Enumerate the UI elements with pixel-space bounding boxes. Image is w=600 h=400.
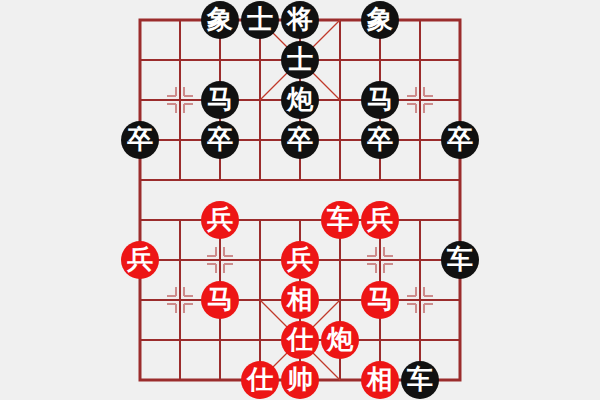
piece-black-soldier[interactable]: 卒 <box>361 121 399 159</box>
piece-red-cannon[interactable]: 炮 <box>321 321 359 359</box>
piece-black-horse[interactable]: 马 <box>361 81 399 119</box>
piece-black-advisor[interactable]: 士 <box>281 41 319 79</box>
piece-red-elephant[interactable]: 相 <box>281 281 319 319</box>
piece-black-soldier[interactable]: 卒 <box>121 121 159 159</box>
piece-black-soldier[interactable]: 卒 <box>281 121 319 159</box>
piece-red-soldier[interactable]: 兵 <box>121 241 159 279</box>
piece-black-elephant[interactable]: 象 <box>201 1 239 39</box>
piece-red-elephant[interactable]: 相 <box>361 361 399 399</box>
piece-red-general[interactable]: 帅 <box>281 361 319 399</box>
xiangqi-board: 象士将象士马炮马卒卒卒卒卒车车兵车兵兵兵马相马仕炮仕帅相 <box>0 0 600 400</box>
piece-red-horse[interactable]: 马 <box>201 281 239 319</box>
piece-black-chariot[interactable]: 车 <box>441 241 479 279</box>
piece-red-advisor[interactable]: 仕 <box>241 361 279 399</box>
piece-black-soldier[interactable]: 卒 <box>201 121 239 159</box>
piece-black-advisor[interactable]: 士 <box>241 1 279 39</box>
piece-black-cannon[interactable]: 炮 <box>281 81 319 119</box>
piece-black-elephant[interactable]: 象 <box>361 1 399 39</box>
piece-red-chariot[interactable]: 车 <box>321 201 359 239</box>
piece-red-soldier[interactable]: 兵 <box>201 201 239 239</box>
piece-black-chariot[interactable]: 车 <box>401 361 439 399</box>
pieces-layer[interactable]: 象士将象士马炮马卒卒卒卒卒车车兵车兵兵兵马相马仕炮仕帅相 <box>120 0 480 400</box>
piece-red-horse[interactable]: 马 <box>361 281 399 319</box>
piece-red-advisor[interactable]: 仕 <box>281 321 319 359</box>
piece-black-horse[interactable]: 马 <box>201 81 239 119</box>
piece-red-soldier[interactable]: 兵 <box>281 241 319 279</box>
piece-black-general[interactable]: 将 <box>281 1 319 39</box>
piece-black-soldier[interactable]: 卒 <box>441 121 479 159</box>
piece-red-soldier[interactable]: 兵 <box>361 201 399 239</box>
